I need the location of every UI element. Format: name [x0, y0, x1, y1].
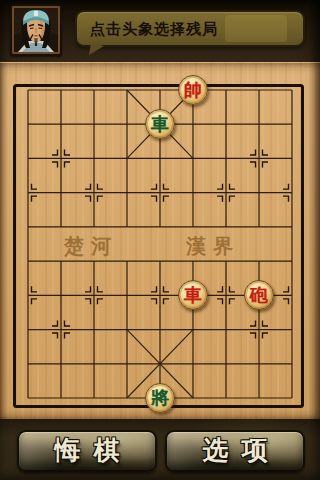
options-button[interactable]: 选项 — [165, 430, 305, 472]
xiangqi-board[interactable]: 楚河 漢界 帥車車砲將 — [0, 62, 320, 420]
undo-move-label: 悔棋 — [42, 438, 133, 464]
header: 点击头象选择残局 — [0, 0, 320, 62]
avatar-button[interactable] — [10, 4, 62, 56]
river-label-han: 漢界 — [186, 233, 240, 260]
piece-red-general[interactable]: 帥 — [178, 75, 208, 105]
options-label: 选项 — [190, 438, 281, 464]
speech-bubble-text: 点击头象选择残局 — [90, 12, 218, 45]
bottom-bar: 悔棋 选项 — [0, 419, 320, 480]
undo-move-button[interactable]: 悔棋 — [17, 430, 157, 472]
river-label-chu: 楚河 — [64, 233, 118, 260]
piece-black-general[interactable]: 將 — [145, 383, 175, 413]
app-screen: 点击头象选择残局 楚河 漢界 帥車車砲將 悔棋 选项 — [0, 0, 320, 480]
general-portrait-icon — [14, 8, 58, 52]
speech-bubble: 点击头象选择残局 — [75, 10, 305, 47]
